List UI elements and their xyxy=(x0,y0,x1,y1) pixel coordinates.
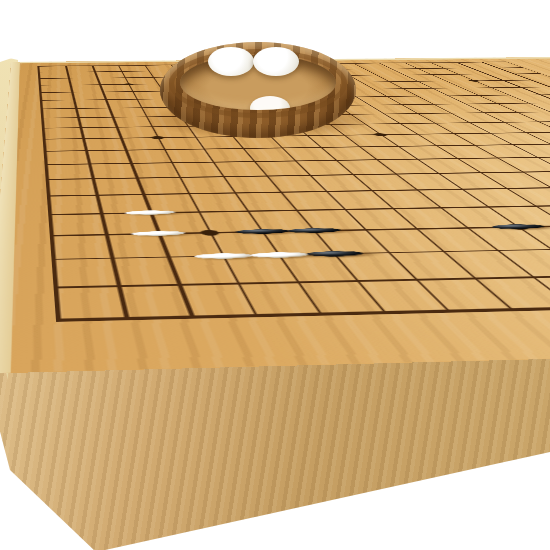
grid-cell-K4[interactable] xyxy=(477,216,550,238)
grid-cell-M13[interactable] xyxy=(378,100,425,109)
grid-cell-C9[interactable] xyxy=(103,144,148,157)
grid-cell-O17[interactable] xyxy=(384,72,425,79)
grid-cell-A6[interactable] xyxy=(25,187,73,205)
grid-cell-P17[interactable] xyxy=(411,71,452,77)
grid-cell-D2[interactable] xyxy=(201,268,277,298)
grid-cell-M6[interactable] xyxy=(514,179,550,196)
grid-cell-C13[interactable] xyxy=(90,103,127,112)
grid-cell-L5[interactable] xyxy=(497,196,550,216)
grid-cell-O14[interactable] xyxy=(425,92,472,100)
grid-cell-K8[interactable] xyxy=(387,152,447,166)
grid-cell-A7[interactable] xyxy=(25,171,71,187)
grid-cell-L9[interactable] xyxy=(407,139,465,152)
grid-cell-D5[interactable] xyxy=(169,202,229,222)
grid-cell-A9[interactable] xyxy=(25,145,66,158)
grid-cell-A16[interactable] xyxy=(25,82,55,89)
grid-cell-J7[interactable] xyxy=(364,166,427,182)
grid-cell-O8[interactable] xyxy=(543,150,550,164)
grid-cell-A8[interactable] xyxy=(25,157,68,172)
grid-cell-E5[interactable] xyxy=(217,201,279,221)
grid-cell-E6[interactable] xyxy=(206,184,264,202)
grid-cell-D18[interactable] xyxy=(106,68,137,74)
star-point xyxy=(467,80,481,82)
grid-cell-F8[interactable] xyxy=(228,154,281,168)
grid-cell-K7[interactable] xyxy=(406,166,471,182)
grid-cell-C2[interactable] xyxy=(143,270,215,301)
grid-cell-O11[interactable] xyxy=(476,117,532,127)
grid-cell-E4[interactable] xyxy=(229,220,296,243)
grid-cell-G4[interactable] xyxy=(329,219,402,242)
grid-cell-F4[interactable] xyxy=(279,219,349,242)
grid-cell-M7[interactable] xyxy=(488,164,550,179)
grid-cell-Q12[interactable] xyxy=(522,107,550,116)
grid-cell-L4[interactable] xyxy=(526,215,550,237)
grid-cell-N12[interactable] xyxy=(425,108,476,118)
grid-cell-D7[interactable] xyxy=(154,169,206,185)
grid-cell-A10[interactable] xyxy=(25,133,64,145)
grid-cell-K9[interactable] xyxy=(370,140,427,153)
grid-cell-A11[interactable] xyxy=(25,123,62,134)
grid-cell-D1[interactable] xyxy=(215,298,299,334)
grid-cell-N14[interactable] xyxy=(394,92,440,100)
grid-cell-C19[interactable] xyxy=(77,63,106,69)
grid-cell-A14[interactable] xyxy=(25,96,58,105)
grid-cell-T18[interactable] xyxy=(501,65,544,71)
grid-cell-C8[interactable] xyxy=(107,156,154,171)
grid-cell-J9[interactable] xyxy=(332,140,387,153)
grid-cell-B18[interactable] xyxy=(52,69,81,75)
grid-cell-B7[interactable] xyxy=(68,171,116,187)
grid-cell-Q11[interactable] xyxy=(544,116,550,126)
grid-cell-M8[interactable] xyxy=(465,151,529,165)
grid-cell-H4[interactable] xyxy=(379,218,455,241)
grid-cell-G6[interactable] xyxy=(295,183,358,201)
grid-cell-F9[interactable] xyxy=(218,142,268,155)
grid-cell-D4[interactable] xyxy=(178,221,242,244)
grid-cell-F2[interactable] xyxy=(316,266,400,296)
grid-cell-B9[interactable] xyxy=(64,144,107,157)
grid-cell-H8[interactable] xyxy=(308,153,365,167)
grid-cell-A2[interactable] xyxy=(25,272,89,303)
grid-cell-M10[interactable] xyxy=(426,128,482,139)
grid-cell-O13[interactable] xyxy=(440,99,490,108)
grid-cell-A19[interactable] xyxy=(25,63,52,69)
grid-cell-C4[interactable] xyxy=(128,222,189,245)
grid-cell-E1[interactable] xyxy=(277,296,365,331)
grid-cell-H6[interactable] xyxy=(339,182,404,200)
grid-cell-G2[interactable] xyxy=(373,265,461,295)
grid-cell-K3[interactable] xyxy=(507,237,550,262)
grid-cell-O12[interactable] xyxy=(458,108,510,118)
grid-cell-A4[interactable] xyxy=(25,224,80,247)
grid-cell-H1[interactable] xyxy=(461,292,550,327)
grid-cell-S18[interactable] xyxy=(476,65,518,71)
grid-cell-B19[interactable] xyxy=(51,63,79,69)
grid-cell-C12[interactable] xyxy=(93,112,131,122)
grid-cell-E8[interactable] xyxy=(188,155,239,169)
grid-cell-C5[interactable] xyxy=(122,203,179,223)
star-point xyxy=(504,224,530,230)
grid-cell-F5[interactable] xyxy=(264,200,329,220)
grid-cell-H2[interactable] xyxy=(430,264,522,294)
grid-cell-J4[interactable] xyxy=(428,217,507,239)
grid-cell-T16[interactable] xyxy=(535,76,550,83)
grid-cell-L7[interactable] xyxy=(447,165,514,181)
grid-cell-A17[interactable] xyxy=(25,75,54,82)
grid-cell-C7[interactable] xyxy=(111,170,161,186)
white-stone[interactable] xyxy=(208,47,254,76)
grid-cell-B12[interactable] xyxy=(59,113,96,123)
grid-cell-B10[interactable] xyxy=(62,133,103,145)
grid-cell-S16[interactable] xyxy=(507,77,550,84)
grid-cell-Q14[interactable] xyxy=(484,91,533,99)
grid-cell-B16[interactable] xyxy=(54,81,85,88)
grid-cell-G5[interactable] xyxy=(311,200,379,220)
grid-cell-A5[interactable] xyxy=(25,204,76,225)
grid-cell-P12[interactable] xyxy=(490,108,544,118)
star-point xyxy=(123,83,134,85)
grid-cell-F1[interactable] xyxy=(339,295,432,330)
grid-cell-N10[interactable] xyxy=(461,127,519,138)
grid-cell-E2[interactable] xyxy=(259,267,339,297)
grid-cell-H5[interactable] xyxy=(358,199,428,219)
grid-cell-G1[interactable] xyxy=(400,293,497,328)
grid-cell-B4[interactable] xyxy=(77,223,135,246)
grid-cell-F7[interactable] xyxy=(239,168,295,184)
grid-cell-L8[interactable] xyxy=(426,152,488,166)
white-stone[interactable] xyxy=(253,47,299,76)
grid-cell-N7[interactable] xyxy=(529,164,550,179)
grid-cell-K10[interactable] xyxy=(354,129,407,141)
grid-cell-M9[interactable] xyxy=(445,139,505,152)
grid-cell-C6[interactable] xyxy=(116,185,169,203)
grid-cell-D16[interactable] xyxy=(112,81,145,88)
grid-cell-H7[interactable] xyxy=(323,167,384,183)
grid-cell-Q13[interactable] xyxy=(503,99,550,108)
grid-cell-E7[interactable] xyxy=(196,169,250,185)
grid-cell-A13[interactable] xyxy=(25,104,59,113)
grid-cell-P10[interactable] xyxy=(532,127,550,138)
grid-cell-R16[interactable] xyxy=(480,77,525,84)
grid-cell-E3[interactable] xyxy=(243,242,316,268)
grid-cell-G7[interactable] xyxy=(281,167,340,183)
grid-cell-L6[interactable] xyxy=(471,180,543,197)
grid-cell-J2[interactable] xyxy=(486,263,550,293)
grid-cell-J6[interactable] xyxy=(383,181,450,199)
grid-cell-K6[interactable] xyxy=(427,180,497,197)
grid-cell-C11[interactable] xyxy=(96,122,136,133)
star-point xyxy=(199,229,220,235)
grid-cell-P16[interactable] xyxy=(424,78,467,85)
grid-cell-N9[interactable] xyxy=(482,138,543,151)
grid-cell-G9[interactable] xyxy=(256,141,307,154)
board-left-bevel xyxy=(0,62,20,374)
grid-cell-H9[interactable] xyxy=(294,141,347,154)
star-point xyxy=(372,133,389,136)
stone-bowl[interactable] xyxy=(160,42,356,138)
grid-cell-M15[interactable] xyxy=(352,85,395,93)
grid-cell-M14[interactable] xyxy=(364,92,409,100)
grid-cell-A1[interactable] xyxy=(25,302,94,338)
grid-cell-C15[interactable] xyxy=(85,88,119,96)
grid-cell-D6[interactable] xyxy=(161,185,217,203)
grid-cell-D9[interactable] xyxy=(141,143,187,156)
grid-cell-D14[interactable] xyxy=(119,95,155,103)
grid-cell-B1[interactable] xyxy=(89,300,163,336)
grid-cell-L11[interactable] xyxy=(374,118,426,129)
grid-cell-B8[interactable] xyxy=(66,157,111,172)
grid-cell-P13[interactable] xyxy=(472,99,523,108)
grid-cell-B14[interactable] xyxy=(56,96,90,104)
grid-cell-O15[interactable] xyxy=(410,85,455,93)
grid-cell-Q16[interactable] xyxy=(452,77,496,84)
grid-cell-E9[interactable] xyxy=(180,142,228,155)
go-board-photo xyxy=(0,0,550,550)
grid-cell-D13[interactable] xyxy=(123,103,161,112)
grid-cell-S15[interactable] xyxy=(525,83,550,90)
grid-cell-B2[interactable] xyxy=(84,271,152,302)
grid-cell-F6[interactable] xyxy=(251,183,311,201)
grid-cell-B13[interactable] xyxy=(58,104,93,113)
grid-cell-Q17[interactable] xyxy=(437,71,479,77)
grid-cell-M11[interactable] xyxy=(408,118,461,128)
grid-cell-L10[interactable] xyxy=(390,128,445,140)
white-stone[interactable] xyxy=(250,96,290,110)
grid-cell-M5[interactable] xyxy=(543,196,550,215)
grid-cell-C1[interactable] xyxy=(152,299,231,335)
grid-cell-J5[interactable] xyxy=(404,198,477,218)
grid-cell-D8[interactable] xyxy=(147,156,196,170)
grid-cell-P14[interactable] xyxy=(455,91,503,99)
grid-cell-D15[interactable] xyxy=(115,88,150,96)
grid-cell-O9[interactable] xyxy=(519,138,550,151)
grid-cell-R13[interactable] xyxy=(534,98,550,107)
grid-cell-N13[interactable] xyxy=(409,100,457,109)
grid-cell-B6[interactable] xyxy=(71,186,122,204)
grid-cell-O16[interactable] xyxy=(396,78,439,85)
grid-cell-C18[interactable] xyxy=(79,69,109,75)
grid-cell-C16[interactable] xyxy=(83,81,115,88)
grid-cell-P18[interactable] xyxy=(398,66,438,72)
grid-cell-J1[interactable] xyxy=(521,291,550,325)
grid-cell-N16[interactable] xyxy=(368,78,410,85)
grid-cell-J8[interactable] xyxy=(347,153,406,167)
grid-cell-N8[interactable] xyxy=(504,150,550,164)
grid-cell-S14[interactable] xyxy=(544,90,550,98)
grid-cell-M12[interactable] xyxy=(392,109,442,119)
grid-cell-B5[interactable] xyxy=(73,204,127,225)
grid-cell-C10[interactable] xyxy=(99,132,141,144)
grid-cell-K2[interactable] xyxy=(542,261,550,290)
grid-cell-R14[interactable] xyxy=(514,91,550,99)
grid-cell-C14[interactable] xyxy=(88,95,123,103)
grid-cell-O10[interactable] xyxy=(497,127,550,138)
grid-cell-A12[interactable] xyxy=(25,113,61,123)
grid-cell-G8[interactable] xyxy=(268,154,323,168)
grid-cell-K5[interactable] xyxy=(451,197,526,217)
